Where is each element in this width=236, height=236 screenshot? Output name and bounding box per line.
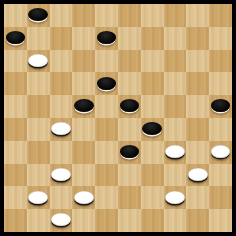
light-square-r3c3: [72, 72, 95, 95]
light-square-r9c5: [118, 209, 141, 232]
square-43[interactable]: [118, 186, 141, 209]
square-46[interactable]: [4, 209, 27, 232]
light-square-r0c6: [141, 4, 164, 27]
square-23[interactable]: [118, 95, 141, 118]
draughts-board-frame: [0, 0, 236, 236]
light-square-r2c8: [186, 50, 209, 73]
light-square-r4c4: [95, 95, 118, 118]
white-man[interactable]: [165, 191, 185, 204]
light-square-r6c4: [95, 141, 118, 164]
square-5[interactable]: [209, 4, 232, 27]
light-square-r7c9: [209, 164, 232, 187]
square-25[interactable]: [209, 95, 232, 118]
square-21[interactable]: [27, 95, 50, 118]
light-square-r8c6: [141, 186, 164, 209]
light-square-r9c7: [164, 209, 187, 232]
light-square-r9c1: [27, 209, 50, 232]
black-man[interactable]: [120, 99, 140, 112]
square-12[interactable]: [72, 50, 95, 73]
black-man[interactable]: [211, 99, 231, 112]
light-square-r6c0: [4, 141, 27, 164]
square-49[interactable]: [141, 209, 164, 232]
square-9[interactable]: [141, 27, 164, 50]
light-square-r4c8: [186, 95, 209, 118]
white-man[interactable]: [188, 168, 208, 181]
light-square-r7c1: [27, 164, 50, 187]
light-square-r6c8: [186, 141, 209, 164]
square-35[interactable]: [209, 141, 232, 164]
white-man[interactable]: [28, 54, 48, 67]
square-38[interactable]: [95, 164, 118, 187]
draughts-board: [4, 4, 232, 232]
square-41[interactable]: [27, 186, 50, 209]
light-square-r2c2: [50, 50, 73, 73]
square-8[interactable]: [95, 27, 118, 50]
light-square-r1c3: [72, 27, 95, 50]
square-3[interactable]: [118, 4, 141, 27]
black-man[interactable]: [28, 8, 48, 21]
light-square-r7c5: [118, 164, 141, 187]
white-man[interactable]: [74, 191, 94, 204]
square-33[interactable]: [118, 141, 141, 164]
light-square-r9c3: [72, 209, 95, 232]
white-man[interactable]: [28, 191, 48, 204]
square-6[interactable]: [4, 27, 27, 50]
light-square-r7c7: [164, 164, 187, 187]
light-square-r5c5: [118, 118, 141, 141]
light-square-r5c3: [72, 118, 95, 141]
light-square-r3c1: [27, 72, 50, 95]
square-30[interactable]: [186, 118, 209, 141]
square-4[interactable]: [164, 4, 187, 27]
light-square-r3c5: [118, 72, 141, 95]
square-15[interactable]: [209, 50, 232, 73]
square-29[interactable]: [141, 118, 164, 141]
light-square-r0c0: [4, 4, 27, 27]
black-man[interactable]: [97, 31, 117, 44]
light-square-r4c0: [4, 95, 27, 118]
square-13[interactable]: [118, 50, 141, 73]
light-square-r2c6: [141, 50, 164, 73]
square-1[interactable]: [27, 4, 50, 27]
light-square-r4c2: [50, 95, 73, 118]
black-man[interactable]: [6, 31, 26, 44]
square-37[interactable]: [50, 164, 73, 187]
square-2[interactable]: [72, 4, 95, 27]
light-square-r6c6: [141, 141, 164, 164]
light-square-r2c0: [4, 50, 27, 73]
square-40[interactable]: [186, 164, 209, 187]
light-square-r6c2: [50, 141, 73, 164]
light-square-r0c2: [50, 4, 73, 27]
square-17[interactable]: [50, 72, 73, 95]
square-39[interactable]: [141, 164, 164, 187]
square-7[interactable]: [50, 27, 73, 50]
square-19[interactable]: [141, 72, 164, 95]
light-square-r2c4: [95, 50, 118, 73]
square-42[interactable]: [72, 186, 95, 209]
light-square-r8c4: [95, 186, 118, 209]
square-31[interactable]: [27, 141, 50, 164]
black-man[interactable]: [142, 122, 162, 135]
square-45[interactable]: [209, 186, 232, 209]
light-square-r1c1: [27, 27, 50, 50]
square-20[interactable]: [186, 72, 209, 95]
light-square-r9c9: [209, 209, 232, 232]
light-square-r8c8: [186, 186, 209, 209]
square-14[interactable]: [164, 50, 187, 73]
square-22[interactable]: [72, 95, 95, 118]
light-square-r1c5: [118, 27, 141, 50]
light-square-r3c7: [164, 72, 187, 95]
light-square-r4c6: [141, 95, 164, 118]
light-square-r1c7: [164, 27, 187, 50]
light-square-r0c8: [186, 4, 209, 27]
light-square-r5c1: [27, 118, 50, 141]
light-square-r8c0: [4, 186, 27, 209]
white-man[interactable]: [51, 122, 71, 135]
white-man[interactable]: [51, 168, 71, 181]
square-18[interactable]: [95, 72, 118, 95]
square-28[interactable]: [95, 118, 118, 141]
square-26[interactable]: [4, 118, 27, 141]
light-square-r5c7: [164, 118, 187, 141]
light-square-r5c9: [209, 118, 232, 141]
square-50[interactable]: [186, 209, 209, 232]
square-48[interactable]: [95, 209, 118, 232]
light-square-r7c3: [72, 164, 95, 187]
square-11[interactable]: [27, 50, 50, 73]
light-square-r8c2: [50, 186, 73, 209]
white-man[interactable]: [211, 145, 231, 158]
white-man[interactable]: [165, 145, 185, 158]
square-36[interactable]: [4, 164, 27, 187]
square-10[interactable]: [186, 27, 209, 50]
square-16[interactable]: [4, 72, 27, 95]
square-34[interactable]: [164, 141, 187, 164]
square-27[interactable]: [50, 118, 73, 141]
light-square-r0c4: [95, 4, 118, 27]
black-man[interactable]: [74, 99, 94, 112]
white-man[interactable]: [51, 213, 71, 226]
square-24[interactable]: [164, 95, 187, 118]
light-square-r3c9: [209, 72, 232, 95]
black-man[interactable]: [97, 77, 117, 90]
black-man[interactable]: [120, 145, 140, 158]
square-44[interactable]: [164, 186, 187, 209]
light-square-r1c9: [209, 27, 232, 50]
square-32[interactable]: [72, 141, 95, 164]
square-47[interactable]: [50, 209, 73, 232]
